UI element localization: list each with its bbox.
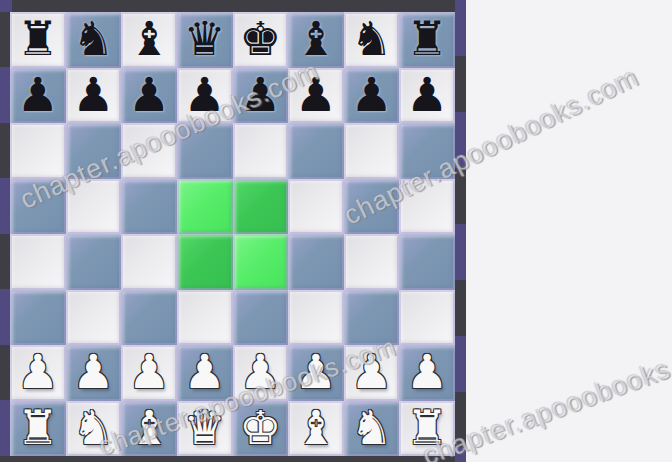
piece-black-pawn: ♟	[72, 71, 114, 118]
square-c6	[121, 123, 177, 179]
piece-white-pawn: ♟	[350, 348, 392, 395]
square-e6	[233, 123, 289, 179]
square-h3	[399, 290, 455, 346]
piece-white-pawn: ♟	[184, 348, 226, 395]
square-c4	[121, 234, 177, 290]
square-f8: ♝	[288, 12, 344, 68]
square-h4	[399, 234, 455, 290]
square-b1: ♞	[66, 401, 122, 457]
square-h8: ♜	[399, 12, 455, 68]
piece-black-bishop: ♝	[295, 15, 337, 62]
square-c7: ♟	[121, 68, 177, 124]
piece-white-pawn: ♟	[72, 348, 114, 395]
square-c3	[121, 290, 177, 346]
square-e4	[233, 234, 289, 290]
piece-white-bishop: ♝	[128, 404, 170, 451]
square-d1: ♛	[177, 401, 233, 457]
piece-black-knight: ♞	[72, 15, 114, 62]
square-b2: ♟	[66, 345, 122, 401]
square-e5	[233, 179, 289, 235]
square-a1: ♜	[10, 401, 66, 457]
piece-black-pawn: ♟	[295, 71, 337, 118]
square-d6	[177, 123, 233, 179]
square-e2: ♟	[233, 345, 289, 401]
piece-black-pawn: ♟	[128, 71, 170, 118]
square-f3	[288, 290, 344, 346]
piece-white-pawn: ♟	[239, 348, 281, 395]
square-f1: ♝	[288, 401, 344, 457]
square-d4	[177, 234, 233, 290]
piece-black-rook: ♜	[17, 15, 59, 62]
piece-black-pawn: ♟	[17, 71, 59, 118]
piece-black-bishop: ♝	[128, 15, 170, 62]
square-h2: ♟	[399, 345, 455, 401]
piece-black-queen: ♛	[184, 15, 226, 62]
square-a3	[10, 290, 66, 346]
square-a5	[10, 179, 66, 235]
square-g8: ♞	[344, 12, 400, 68]
board-frame-right-edge	[455, 0, 466, 462]
piece-white-pawn: ♟	[128, 348, 170, 395]
square-b4	[66, 234, 122, 290]
square-a2: ♟	[10, 345, 66, 401]
square-h1: ♜	[399, 401, 455, 457]
square-g6	[344, 123, 400, 179]
square-e7: ♟	[233, 68, 289, 124]
square-b5	[66, 179, 122, 235]
piece-black-pawn: ♟	[239, 71, 281, 118]
piece-white-queen: ♛	[184, 404, 226, 451]
square-g1: ♞	[344, 401, 400, 457]
board-frame-corner	[0, 0, 12, 12]
piece-black-knight: ♞	[350, 15, 392, 62]
square-e1: ♚	[233, 401, 289, 457]
square-c2: ♟	[121, 345, 177, 401]
square-h5	[399, 179, 455, 235]
square-a8: ♜	[10, 12, 66, 68]
square-f5	[288, 179, 344, 235]
square-c8: ♝	[121, 12, 177, 68]
square-g5	[344, 179, 400, 235]
piece-white-knight: ♞	[72, 404, 114, 451]
piece-white-rook: ♜	[406, 404, 448, 451]
square-b8: ♞	[66, 12, 122, 68]
square-d8: ♛	[177, 12, 233, 68]
square-f4	[288, 234, 344, 290]
piece-white-pawn: ♟	[17, 348, 59, 395]
square-h6	[399, 123, 455, 179]
piece-black-pawn: ♟	[406, 71, 448, 118]
page: ♜♞♝♛♚♝♞♜♟♟♟♟♟♟♟♟♟♟♟♟♟♟♟♟♜♞♝♛♚♝♞♜ chapter…	[0, 0, 672, 462]
square-f6	[288, 123, 344, 179]
piece-black-king: ♚	[239, 15, 281, 62]
piece-black-pawn: ♟	[184, 71, 226, 118]
chess-board: ♜♞♝♛♚♝♞♜♟♟♟♟♟♟♟♟♟♟♟♟♟♟♟♟♜♞♝♛♚♝♞♜	[0, 0, 466, 462]
square-g4	[344, 234, 400, 290]
piece-white-knight: ♞	[350, 404, 392, 451]
square-d7: ♟	[177, 68, 233, 124]
piece-white-king: ♚	[239, 404, 281, 451]
board-frame-left-edge	[0, 12, 10, 456]
square-c1: ♝	[121, 401, 177, 457]
piece-white-pawn: ♟	[295, 348, 337, 395]
piece-white-pawn: ♟	[406, 348, 448, 395]
square-b7: ♟	[66, 68, 122, 124]
square-a4	[10, 234, 66, 290]
square-g2: ♟	[344, 345, 400, 401]
piece-white-rook: ♜	[17, 404, 59, 451]
square-d3	[177, 290, 233, 346]
piece-black-pawn: ♟	[350, 71, 392, 118]
square-a6	[10, 123, 66, 179]
square-c5	[121, 179, 177, 235]
piece-black-rook: ♜	[406, 15, 448, 62]
square-a7: ♟	[10, 68, 66, 124]
square-b3	[66, 290, 122, 346]
square-d2: ♟	[177, 345, 233, 401]
square-e8: ♚	[233, 12, 289, 68]
square-h7: ♟	[399, 68, 455, 124]
square-g3	[344, 290, 400, 346]
square-f2: ♟	[288, 345, 344, 401]
square-f7: ♟	[288, 68, 344, 124]
piece-white-bishop: ♝	[295, 404, 337, 451]
square-g7: ♟	[344, 68, 400, 124]
square-d5	[177, 179, 233, 235]
board-squares: ♜♞♝♛♚♝♞♜♟♟♟♟♟♟♟♟♟♟♟♟♟♟♟♟♜♞♝♛♚♝♞♜	[10, 12, 455, 456]
square-e3	[233, 290, 289, 346]
square-b6	[66, 123, 122, 179]
